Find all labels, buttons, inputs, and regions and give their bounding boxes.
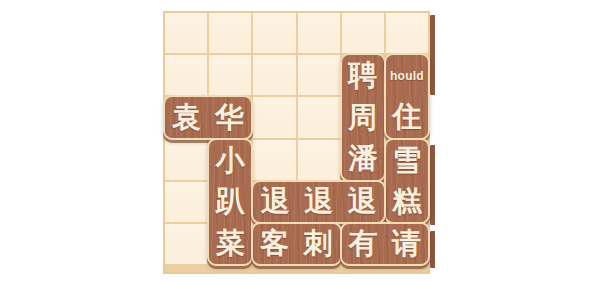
puzzle-board: 袁华小趴菜聘周潘hould住雪糕退退退客刺有请 xyxy=(163,11,430,274)
board-cell xyxy=(209,55,251,95)
tile-char: 糕 xyxy=(386,181,428,222)
tile-hould-zhu[interactable]: hould住 xyxy=(384,53,430,139)
board-cell xyxy=(298,97,340,137)
tile-char: 客 xyxy=(253,224,296,264)
tile-pin-zhou-pan[interactable]: 聘周潘 xyxy=(340,53,386,182)
tile-char: 小 xyxy=(209,140,251,182)
game-stage: 袁华小趴菜聘周潘hould住雪糕退退退客刺有请 xyxy=(0,0,602,282)
board-cell xyxy=(165,182,207,222)
board-cell xyxy=(165,55,207,95)
tile-char: 雪 xyxy=(386,140,428,181)
board-cell xyxy=(209,13,251,53)
tile-char: 趴 xyxy=(209,181,251,223)
board-cell xyxy=(253,140,295,180)
board-cell xyxy=(342,13,384,53)
tile-you-qing[interactable]: 有请 xyxy=(340,222,430,266)
tile-char: hould xyxy=(386,55,428,96)
tile-char: 退 xyxy=(253,182,297,222)
board-cell xyxy=(165,224,207,264)
tile-char: 菜 xyxy=(209,223,251,265)
board-cell xyxy=(253,97,295,137)
tile-char: 请 xyxy=(385,224,428,264)
tile-char: 周 xyxy=(342,97,384,139)
board-cell xyxy=(298,55,340,95)
tile-char: 退 xyxy=(297,182,341,222)
tile-yuan-hua[interactable]: 袁华 xyxy=(163,95,253,139)
board-cell xyxy=(165,13,207,53)
tile-char: 刺 xyxy=(297,224,340,264)
tile-xiao-pa-cai[interactable]: 小趴菜 xyxy=(207,138,253,267)
tile-char: 袁 xyxy=(165,97,208,137)
tile-char: 潘 xyxy=(342,138,384,180)
board-cell xyxy=(253,55,295,95)
tile-xue-gao[interactable]: 雪糕 xyxy=(384,138,430,224)
board-cell xyxy=(165,140,207,180)
tile-char: 退 xyxy=(340,182,384,222)
tile-char: 有 xyxy=(342,224,385,264)
board-cell xyxy=(253,13,295,53)
board-cell xyxy=(298,140,340,180)
tile-char: 住 xyxy=(386,96,428,137)
tile-char: 聘 xyxy=(342,55,384,97)
tile-ke-ci[interactable]: 客刺 xyxy=(251,222,341,266)
board-cell xyxy=(386,13,428,53)
tile-tui-tui-tui[interactable]: 退退退 xyxy=(251,180,386,224)
tile-char: 华 xyxy=(208,97,251,137)
board-cell xyxy=(298,13,340,53)
